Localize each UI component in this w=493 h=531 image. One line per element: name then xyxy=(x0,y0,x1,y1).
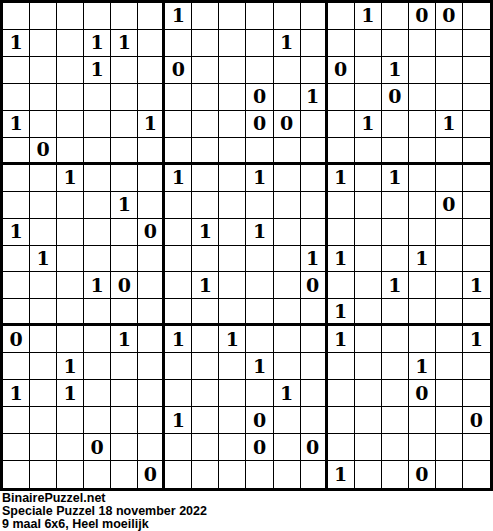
cell-r11c1[interactable] xyxy=(3,272,30,299)
cell-r9c7[interactable] xyxy=(165,219,192,246)
cell-r3c1[interactable] xyxy=(3,57,30,84)
cell-r17c1[interactable] xyxy=(3,434,30,461)
cell-r10c13: 1 xyxy=(328,246,355,273)
cell-r4c6[interactable] xyxy=(138,84,165,111)
cell-r3c3[interactable] xyxy=(57,57,84,84)
cell-r16c16[interactable] xyxy=(409,407,436,434)
cell-r6c17[interactable] xyxy=(436,138,463,165)
cell-r18c9[interactable] xyxy=(219,461,246,488)
cell-r4c4[interactable] xyxy=(84,84,111,111)
cell-r4c18[interactable] xyxy=(463,84,490,111)
cell-r10c15[interactable] xyxy=(382,246,409,273)
cell-r14c14[interactable] xyxy=(355,353,382,380)
cell-r8c1[interactable] xyxy=(3,192,30,219)
cell-r2c17[interactable] xyxy=(436,30,463,57)
cell-r8c3[interactable] xyxy=(57,192,84,219)
cell-r7c13: 1 xyxy=(328,165,355,192)
cell-r6c18[interactable] xyxy=(463,138,490,165)
cell-r2c4: 1 xyxy=(84,30,111,57)
cell-r12c15[interactable] xyxy=(382,299,409,326)
cell-r1c15[interactable] xyxy=(382,3,409,30)
cell-r15c13[interactable] xyxy=(328,380,355,407)
cell-r14c16: 1 xyxy=(409,353,436,380)
cell-r2c10[interactable] xyxy=(246,30,273,57)
cell-r5c7[interactable] xyxy=(165,111,192,138)
cell-r11c2[interactable] xyxy=(30,272,57,299)
cell-r7c12[interactable] xyxy=(301,165,328,192)
cell-r4c5[interactable] xyxy=(111,84,138,111)
cell-r14c13[interactable] xyxy=(328,353,355,380)
cell-r1c11[interactable] xyxy=(274,3,301,30)
cell-r10c18[interactable] xyxy=(463,246,490,273)
cell-r4c11[interactable] xyxy=(274,84,301,111)
cell-r16c13[interactable] xyxy=(328,407,355,434)
cell-r15c2[interactable] xyxy=(30,380,57,407)
cell-r11c14[interactable] xyxy=(355,272,382,299)
cell-r6c7[interactable] xyxy=(165,138,192,165)
cell-r13c14[interactable] xyxy=(355,326,382,353)
cell-r15c9[interactable] xyxy=(219,380,246,407)
cell-r18c4[interactable] xyxy=(84,461,111,488)
cell-r15c6[interactable] xyxy=(138,380,165,407)
cell-r11c7[interactable] xyxy=(165,272,192,299)
cell-r16c7: 1 xyxy=(165,407,192,434)
cell-r5c17: 1 xyxy=(436,111,463,138)
cell-r13c13: 1 xyxy=(328,326,355,353)
cell-r1c10[interactable] xyxy=(246,3,273,30)
cell-r2c5: 1 xyxy=(111,30,138,57)
cell-r1c18[interactable] xyxy=(463,3,490,30)
cell-r17c15[interactable] xyxy=(382,434,409,461)
cell-r8c8[interactable] xyxy=(192,192,219,219)
cell-r12c13: 1 xyxy=(328,299,355,326)
cell-r9c14[interactable] xyxy=(355,219,382,246)
cell-r13c10[interactable] xyxy=(246,326,273,353)
cell-r6c9[interactable] xyxy=(219,138,246,165)
cell-r10c8[interactable] xyxy=(192,246,219,273)
cell-r6c12[interactable] xyxy=(301,138,328,165)
cell-r9c3[interactable] xyxy=(57,219,84,246)
cell-r2c9[interactable] xyxy=(219,30,246,57)
cell-r5c2[interactable] xyxy=(30,111,57,138)
cell-r1c9[interactable] xyxy=(219,3,246,30)
cell-r17c11[interactable] xyxy=(274,434,301,461)
cell-r12c8[interactable] xyxy=(192,299,219,326)
cell-r5c5[interactable] xyxy=(111,111,138,138)
cell-r6c3[interactable] xyxy=(57,138,84,165)
cell-r10c11[interactable] xyxy=(274,246,301,273)
cell-r15c10[interactable] xyxy=(246,380,273,407)
cell-r16c4[interactable] xyxy=(84,407,111,434)
cell-r3c15: 1 xyxy=(382,57,409,84)
cell-r9c5[interactable] xyxy=(111,219,138,246)
cell-r4c10: 0 xyxy=(246,84,273,111)
cell-r18c10[interactable] xyxy=(246,461,273,488)
cell-r15c12[interactable] xyxy=(301,380,328,407)
cell-r9c2[interactable] xyxy=(30,219,57,246)
cell-r17c2[interactable] xyxy=(30,434,57,461)
cell-r8c2[interactable] xyxy=(30,192,57,219)
cell-r3c12[interactable] xyxy=(301,57,328,84)
cell-r2c16[interactable] xyxy=(409,30,436,57)
cell-r13c2[interactable] xyxy=(30,326,57,353)
cell-r8c18[interactable] xyxy=(463,192,490,219)
cell-r18c11[interactable] xyxy=(274,461,301,488)
cell-r12c12[interactable] xyxy=(301,299,328,326)
cell-r5c4[interactable] xyxy=(84,111,111,138)
cell-r7c8[interactable] xyxy=(192,165,219,192)
cell-r4c15: 0 xyxy=(382,84,409,111)
cell-r13c4[interactable] xyxy=(84,326,111,353)
cell-r2c6[interactable] xyxy=(138,30,165,57)
cell-r14c6[interactable] xyxy=(138,353,165,380)
cell-r5c8[interactable] xyxy=(192,111,219,138)
cell-r5c3[interactable] xyxy=(57,111,84,138)
cell-r16c17[interactable] xyxy=(436,407,463,434)
cell-r2c18[interactable] xyxy=(463,30,490,57)
cell-r5c14: 1 xyxy=(355,111,382,138)
cell-r13c3[interactable] xyxy=(57,326,84,353)
cell-r11c10[interactable] xyxy=(246,272,273,299)
cell-r2c11: 1 xyxy=(274,30,301,57)
cell-r7c2[interactable] xyxy=(30,165,57,192)
cell-r9c8: 1 xyxy=(192,219,219,246)
cell-r1c14: 1 xyxy=(355,3,382,30)
cell-r4c3[interactable] xyxy=(57,84,84,111)
cell-r18c3[interactable] xyxy=(57,461,84,488)
cell-r12c7[interactable] xyxy=(165,299,192,326)
cell-r1c13[interactable] xyxy=(328,3,355,30)
cell-r9c12[interactable] xyxy=(301,219,328,246)
cell-r18c7[interactable] xyxy=(165,461,192,488)
cell-r1c16: 0 xyxy=(409,3,436,30)
cell-r5c16[interactable] xyxy=(409,111,436,138)
cell-r17c16[interactable] xyxy=(409,434,436,461)
cell-r2c8[interactable] xyxy=(192,30,219,57)
cell-r1c4[interactable] xyxy=(84,3,111,30)
cell-r7c6[interactable] xyxy=(138,165,165,192)
cell-r3c10[interactable] xyxy=(246,57,273,84)
footer: BinairePuzzel.net Speciale Puzzel 18 nov… xyxy=(0,491,493,531)
cell-r18c14[interactable] xyxy=(355,461,382,488)
cell-r17c10: 0 xyxy=(246,434,273,461)
cell-r14c7[interactable] xyxy=(165,353,192,380)
cell-r15c18[interactable] xyxy=(463,380,490,407)
cell-r17c18[interactable] xyxy=(463,434,490,461)
cell-r13c8[interactable] xyxy=(192,326,219,353)
cell-r3c13: 0 xyxy=(328,57,355,84)
cell-r7c11[interactable] xyxy=(274,165,301,192)
cell-r7c18[interactable] xyxy=(463,165,490,192)
cell-r11c15: 1 xyxy=(382,272,409,299)
cell-r9c17[interactable] xyxy=(436,219,463,246)
cell-r15c15[interactable] xyxy=(382,380,409,407)
cell-r5c9[interactable] xyxy=(219,111,246,138)
cell-r17c9[interactable] xyxy=(219,434,246,461)
cell-r17c5[interactable] xyxy=(111,434,138,461)
cell-r5c15[interactable] xyxy=(382,111,409,138)
cell-r2c3[interactable] xyxy=(57,30,84,57)
cell-r6c8[interactable] xyxy=(192,138,219,165)
cell-r5c13[interactable] xyxy=(328,111,355,138)
cell-r9c18[interactable] xyxy=(463,219,490,246)
cell-r3c11[interactable] xyxy=(274,57,301,84)
cell-r9c6: 0 xyxy=(138,219,165,246)
cell-r16c2[interactable] xyxy=(30,407,57,434)
cell-r1c6[interactable] xyxy=(138,3,165,30)
cell-r8c10[interactable] xyxy=(246,192,273,219)
cell-r18c12[interactable] xyxy=(301,461,328,488)
cell-r3c8[interactable] xyxy=(192,57,219,84)
cell-r18c17[interactable] xyxy=(436,461,463,488)
cell-r2c13[interactable] xyxy=(328,30,355,57)
cell-r8c14[interactable] xyxy=(355,192,382,219)
cell-r15c8[interactable] xyxy=(192,380,219,407)
cell-r6c14[interactable] xyxy=(355,138,382,165)
cell-r16c11[interactable] xyxy=(274,407,301,434)
cell-r15c5[interactable] xyxy=(111,380,138,407)
cell-r18c13: 1 xyxy=(328,461,355,488)
cell-r6c10[interactable] xyxy=(246,138,273,165)
cell-r18c18[interactable] xyxy=(463,461,490,488)
cell-r1c7: 1 xyxy=(165,3,192,30)
cell-r4c17[interactable] xyxy=(436,84,463,111)
cell-r13c11[interactable] xyxy=(274,326,301,353)
cell-r3c6[interactable] xyxy=(138,57,165,84)
cell-r6c11[interactable] xyxy=(274,138,301,165)
cell-r2c15[interactable] xyxy=(382,30,409,57)
cell-r11c6[interactable] xyxy=(138,272,165,299)
cell-r8c15[interactable] xyxy=(382,192,409,219)
cell-r13c6[interactable] xyxy=(138,326,165,353)
cell-r14c9[interactable] xyxy=(219,353,246,380)
cell-r16c12[interactable] xyxy=(301,407,328,434)
cell-r9c15[interactable] xyxy=(382,219,409,246)
cell-r17c8[interactable] xyxy=(192,434,219,461)
cell-r1c12[interactable] xyxy=(301,3,328,30)
cell-r9c1: 1 xyxy=(3,219,30,246)
cell-r11c3[interactable] xyxy=(57,272,84,299)
cell-r15c17[interactable] xyxy=(436,380,463,407)
cell-r10c9[interactable] xyxy=(219,246,246,273)
cell-r18c2[interactable] xyxy=(30,461,57,488)
cell-r18c6: 0 xyxy=(138,461,165,488)
cell-r6c16[interactable] xyxy=(409,138,436,165)
cell-r8c4[interactable] xyxy=(84,192,111,219)
cell-r16c14[interactable] xyxy=(355,407,382,434)
cell-r14c4[interactable] xyxy=(84,353,111,380)
cell-r7c7: 1 xyxy=(165,165,192,192)
cell-r10c3[interactable] xyxy=(57,246,84,273)
cell-r3c9[interactable] xyxy=(219,57,246,84)
cell-r4c2[interactable] xyxy=(30,84,57,111)
cell-r4c7[interactable] xyxy=(165,84,192,111)
cell-r12c11[interactable] xyxy=(274,299,301,326)
cell-r7c9[interactable] xyxy=(219,165,246,192)
cell-r2c12[interactable] xyxy=(301,30,328,57)
cell-r15c7[interactable] xyxy=(165,380,192,407)
cell-r10c16: 1 xyxy=(409,246,436,273)
cell-r9c13[interactable] xyxy=(328,219,355,246)
cell-r16c9[interactable] xyxy=(219,407,246,434)
cell-r13c12[interactable] xyxy=(301,326,328,353)
cell-r1c3[interactable] xyxy=(57,3,84,30)
cell-r8c6[interactable] xyxy=(138,192,165,219)
cell-r4c8[interactable] xyxy=(192,84,219,111)
cell-r3c18[interactable] xyxy=(463,57,490,84)
cell-r10c5[interactable] xyxy=(111,246,138,273)
cell-r14c2[interactable] xyxy=(30,353,57,380)
cell-r14c18[interactable] xyxy=(463,353,490,380)
cell-r17c14[interactable] xyxy=(355,434,382,461)
cell-r14c8[interactable] xyxy=(192,353,219,380)
cell-r17c6[interactable] xyxy=(138,434,165,461)
cell-r10c1[interactable] xyxy=(3,246,30,273)
cell-r5c12[interactable] xyxy=(301,111,328,138)
cell-r3c14[interactable] xyxy=(355,57,382,84)
cell-r15c1: 1 xyxy=(3,380,30,407)
cell-r8c9[interactable] xyxy=(219,192,246,219)
cell-r5c11: 0 xyxy=(274,111,301,138)
cell-r4c9[interactable] xyxy=(219,84,246,111)
cell-r10c6[interactable] xyxy=(138,246,165,273)
cell-r18c8[interactable] xyxy=(192,461,219,488)
cell-r15c14[interactable] xyxy=(355,380,382,407)
cell-r12c5[interactable] xyxy=(111,299,138,326)
cell-r7c14[interactable] xyxy=(355,165,382,192)
cell-r15c4[interactable] xyxy=(84,380,111,407)
cell-r12c17[interactable] xyxy=(436,299,463,326)
cell-r12c14[interactable] xyxy=(355,299,382,326)
cell-r1c5[interactable] xyxy=(111,3,138,30)
cell-r11c16[interactable] xyxy=(409,272,436,299)
cell-r14c5[interactable] xyxy=(111,353,138,380)
cell-r4c13[interactable] xyxy=(328,84,355,111)
cell-r9c9[interactable] xyxy=(219,219,246,246)
cell-r17c4: 0 xyxy=(84,434,111,461)
cell-r3c5[interactable] xyxy=(111,57,138,84)
cell-r10c7[interactable] xyxy=(165,246,192,273)
cell-r16c5[interactable] xyxy=(111,407,138,434)
cell-r8c13[interactable] xyxy=(328,192,355,219)
cell-r2c1: 1 xyxy=(3,30,30,57)
cell-r14c15[interactable] xyxy=(382,353,409,380)
cell-r16c3[interactable] xyxy=(57,407,84,434)
cell-r17c13[interactable] xyxy=(328,434,355,461)
cell-r6c13[interactable] xyxy=(328,138,355,165)
cell-r11c13[interactable] xyxy=(328,272,355,299)
cell-r12c18[interactable] xyxy=(463,299,490,326)
cell-r10c14[interactable] xyxy=(355,246,382,273)
cell-r8c7[interactable] xyxy=(165,192,192,219)
cell-r12c3[interactable] xyxy=(57,299,84,326)
cell-r14c12[interactable] xyxy=(301,353,328,380)
cell-r9c10: 1 xyxy=(246,219,273,246)
cell-r17c12: 0 xyxy=(301,434,328,461)
cell-r7c5[interactable] xyxy=(111,165,138,192)
cell-r3c16[interactable] xyxy=(409,57,436,84)
cell-r12c6[interactable] xyxy=(138,299,165,326)
cell-r14c1[interactable] xyxy=(3,353,30,380)
cell-r11c9[interactable] xyxy=(219,272,246,299)
cell-r11c17[interactable] xyxy=(436,272,463,299)
cell-r18c15[interactable] xyxy=(382,461,409,488)
cell-r17c3[interactable] xyxy=(57,434,84,461)
cell-r9c16[interactable] xyxy=(409,219,436,246)
cell-r4c12: 1 xyxy=(301,84,328,111)
cell-r1c17: 0 xyxy=(436,3,463,30)
cell-r6c5[interactable] xyxy=(111,138,138,165)
cell-r5c18[interactable] xyxy=(463,111,490,138)
cell-r8c12[interactable] xyxy=(301,192,328,219)
cell-r9c11[interactable] xyxy=(274,219,301,246)
cell-r10c17[interactable] xyxy=(436,246,463,273)
cell-r1c1[interactable] xyxy=(3,3,30,30)
cell-r16c8[interactable] xyxy=(192,407,219,434)
cell-r6c15[interactable] xyxy=(382,138,409,165)
cell-r13c17[interactable] xyxy=(436,326,463,353)
cell-r4c16[interactable] xyxy=(409,84,436,111)
cell-r2c14[interactable] xyxy=(355,30,382,57)
cell-r3c2[interactable] xyxy=(30,57,57,84)
cell-r7c1[interactable] xyxy=(3,165,30,192)
cell-r6c1[interactable] xyxy=(3,138,30,165)
cell-r14c17[interactable] xyxy=(436,353,463,380)
cell-r12c4[interactable] xyxy=(84,299,111,326)
cell-r18c1[interactable] xyxy=(3,461,30,488)
cell-r13c1: 0 xyxy=(3,326,30,353)
cell-r7c17[interactable] xyxy=(436,165,463,192)
cell-r12c10[interactable] xyxy=(246,299,273,326)
cell-r8c16[interactable] xyxy=(409,192,436,219)
cell-r14c11[interactable] xyxy=(274,353,301,380)
cell-r10c10[interactable] xyxy=(246,246,273,273)
cell-r4c1[interactable] xyxy=(3,84,30,111)
cell-r1c8[interactable] xyxy=(192,3,219,30)
cell-r13c7: 1 xyxy=(165,326,192,353)
cell-r12c2[interactable] xyxy=(30,299,57,326)
cell-r3c7: 0 xyxy=(165,57,192,84)
cell-r17c17[interactable] xyxy=(436,434,463,461)
cell-r9c4[interactable] xyxy=(84,219,111,246)
cell-r10c4[interactable] xyxy=(84,246,111,273)
cell-r16c18: 0 xyxy=(463,407,490,434)
cell-r1c2[interactable] xyxy=(30,3,57,30)
cell-r6c6[interactable] xyxy=(138,138,165,165)
cell-r3c17[interactable] xyxy=(436,57,463,84)
cell-r13c16[interactable] xyxy=(409,326,436,353)
cell-r17c7[interactable] xyxy=(165,434,192,461)
cell-r7c16[interactable] xyxy=(409,165,436,192)
cell-r8c11[interactable] xyxy=(274,192,301,219)
cell-r7c4[interactable] xyxy=(84,165,111,192)
cell-r3c4: 1 xyxy=(84,57,111,84)
cell-r18c5[interactable] xyxy=(111,461,138,488)
cell-r2c7[interactable] xyxy=(165,30,192,57)
cell-r11c11[interactable] xyxy=(274,272,301,299)
cell-r16c15[interactable] xyxy=(382,407,409,434)
cell-r16c6[interactable] xyxy=(138,407,165,434)
cell-r2c2[interactable] xyxy=(30,30,57,57)
cell-r16c1[interactable] xyxy=(3,407,30,434)
cell-r12c16[interactable] xyxy=(409,299,436,326)
cell-r12c1[interactable] xyxy=(3,299,30,326)
puzzle-difficulty: 9 maal 6x6, Heel moeilijk xyxy=(2,518,493,531)
cell-r12c9[interactable] xyxy=(219,299,246,326)
cell-r6c4[interactable] xyxy=(84,138,111,165)
cell-r4c14[interactable] xyxy=(355,84,382,111)
cell-r13c15[interactable] xyxy=(382,326,409,353)
